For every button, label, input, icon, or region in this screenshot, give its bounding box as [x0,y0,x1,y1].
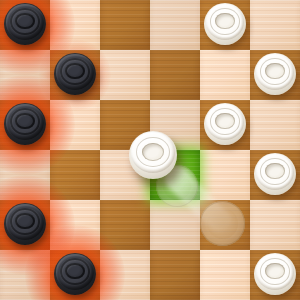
cell-r4c5[interactable] [250,200,300,250]
cell-r4c3[interactable] [150,200,200,250]
cell-r1c0[interactable] [0,50,50,100]
cell-r5c0[interactable] [0,250,50,300]
cell-r1c1[interactable] [50,50,100,100]
cell-r5c5[interactable] [250,250,300,300]
cell-r5c2[interactable] [100,250,150,300]
cell-r4c0[interactable] [0,200,50,250]
cell-r1c3[interactable] [150,50,200,100]
cell-r0c4[interactable] [200,0,250,50]
cell-r2c3[interactable] [150,100,200,150]
cell-r0c0[interactable] [0,0,50,50]
cell-r1c4[interactable] [200,50,250,100]
cell-r2c2[interactable] [100,100,150,150]
cell-r5c1[interactable] [50,250,100,300]
cell-r3c0[interactable] [0,150,50,200]
cell-r5c3[interactable] [150,250,200,300]
cell-r1c2[interactable] [100,50,150,100]
cell-r3c5[interactable] [250,150,300,200]
checkers-board [0,0,300,300]
cell-r0c1[interactable] [50,0,100,50]
cell-r4c4[interactable] [200,200,250,250]
checkers-board-screen [0,0,300,300]
cell-r0c5[interactable] [250,0,300,50]
cell-r2c5[interactable] [250,100,300,150]
cell-r3c1[interactable] [50,150,100,200]
cell-r2c1[interactable] [50,100,100,150]
cell-r4c1[interactable] [50,200,100,250]
cell-r2c4[interactable] [200,100,250,150]
cell-r0c2[interactable] [100,0,150,50]
cell-r4c2[interactable] [100,200,150,250]
cell-r2c0[interactable] [0,100,50,150]
cell-r0c3[interactable] [150,0,200,50]
cell-r3c3-highlighted[interactable] [150,150,200,200]
cell-r1c5[interactable] [250,50,300,100]
cell-r3c2[interactable] [100,150,150,200]
cell-r3c4[interactable] [200,150,250,200]
cell-r5c4[interactable] [200,250,250,300]
